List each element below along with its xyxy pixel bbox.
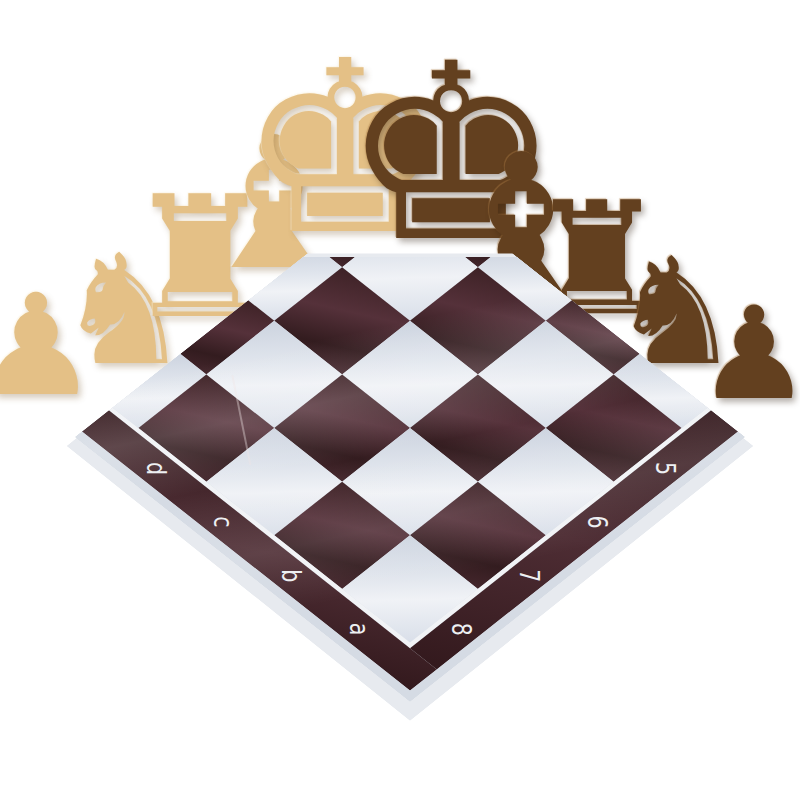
dark-pawn-piece: ♟ xyxy=(697,290,800,418)
file-label-d: d xyxy=(140,462,170,475)
file-label-c: c xyxy=(208,516,238,527)
chess-set-photo: ♟ ♞ ♜ ♝ ♚ ♚ ♝ ♜ ♞ ♟ xyxy=(0,0,800,800)
rank-label-8: 8 xyxy=(446,623,476,636)
rank-label-5: 5 xyxy=(650,462,680,475)
file-label-a: a xyxy=(344,623,374,636)
file-label-b: b xyxy=(276,569,306,582)
rank-label-7: 7 xyxy=(514,569,544,582)
piece-glyph: ♟ xyxy=(697,279,800,428)
rank-label-6: 6 xyxy=(582,515,612,528)
